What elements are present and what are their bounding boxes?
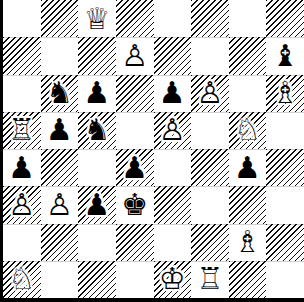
square-a7 xyxy=(3,37,41,74)
square-h7: ♝ xyxy=(266,37,304,74)
square-a5: ♖ xyxy=(3,112,41,149)
square-c3: ♟ xyxy=(78,186,116,223)
square-e6: ♟ xyxy=(154,75,192,112)
square-g8 xyxy=(229,0,267,37)
white-queen-c8: ♕ xyxy=(84,1,111,37)
white-bishop-g2: ♗ xyxy=(234,224,261,260)
black-knight-b6: ♞ xyxy=(46,75,73,111)
square-e7 xyxy=(154,37,192,74)
square-b1 xyxy=(41,261,79,298)
square-a6 xyxy=(3,75,41,112)
square-d7: ♙ xyxy=(116,37,154,74)
white-pawn-f6: ♙ xyxy=(196,75,223,111)
square-c2 xyxy=(78,224,116,261)
black-pawn-b5: ♟ xyxy=(46,112,73,148)
square-c5: ♞ xyxy=(78,112,116,149)
black-pawn-c3: ♟ xyxy=(84,187,111,223)
square-b7 xyxy=(41,37,79,74)
square-f3 xyxy=(191,186,229,223)
square-c4 xyxy=(78,149,116,186)
white-king-e1: ♔ xyxy=(159,261,186,297)
white-rook-a5: ♖ xyxy=(8,112,35,148)
square-d6 xyxy=(116,75,154,112)
square-g2: ♗ xyxy=(229,224,267,261)
white-bishop-h6: ♗ xyxy=(272,75,299,111)
black-pawn-e6: ♟ xyxy=(159,75,186,111)
square-f8 xyxy=(191,0,229,37)
square-h5 xyxy=(266,112,304,149)
square-h3 xyxy=(266,186,304,223)
square-g4: ♟ xyxy=(229,149,267,186)
square-b4 xyxy=(41,149,79,186)
square-d8 xyxy=(116,0,154,37)
white-knight-g5: ♘ xyxy=(234,112,261,148)
square-e1: ♔ xyxy=(154,261,192,298)
square-h8 xyxy=(266,0,304,37)
white-pawn-a3: ♙ xyxy=(8,187,35,223)
square-d5 xyxy=(116,112,154,149)
square-d2 xyxy=(116,224,154,261)
white-pawn-d7: ♙ xyxy=(121,38,148,74)
square-c6: ♟ xyxy=(78,75,116,112)
black-knight-c5: ♞ xyxy=(84,112,111,148)
square-g7 xyxy=(229,37,267,74)
square-f2 xyxy=(191,224,229,261)
chess-board: ♕♙♝♞♟♟♙♗♖♟♞♙♘♟♟♟♙♙♟♚♗♘♔♖ xyxy=(3,0,304,298)
square-e5: ♙ xyxy=(154,112,192,149)
black-pawn-g4: ♟ xyxy=(234,150,261,186)
square-c8: ♕ xyxy=(78,0,116,37)
square-c1 xyxy=(78,261,116,298)
square-g1 xyxy=(229,261,267,298)
square-e4 xyxy=(154,149,192,186)
square-g5: ♘ xyxy=(229,112,267,149)
square-h2 xyxy=(266,224,304,261)
black-king-d3: ♚ xyxy=(121,187,148,223)
black-pawn-a4: ♟ xyxy=(8,150,35,186)
square-f5 xyxy=(191,112,229,149)
square-e3 xyxy=(154,186,192,223)
square-f1: ♖ xyxy=(191,261,229,298)
white-rook-f1: ♖ xyxy=(196,261,223,297)
square-h1 xyxy=(266,261,304,298)
square-a4: ♟ xyxy=(3,149,41,186)
square-g3 xyxy=(229,186,267,223)
square-d3: ♚ xyxy=(116,186,154,223)
black-bishop-h7: ♝ xyxy=(272,38,299,74)
square-d1 xyxy=(116,261,154,298)
square-a2 xyxy=(3,224,41,261)
square-d4: ♟ xyxy=(116,149,154,186)
square-a3: ♙ xyxy=(3,186,41,223)
square-e8 xyxy=(154,0,192,37)
white-pawn-e5: ♙ xyxy=(159,112,186,148)
square-c7 xyxy=(78,37,116,74)
square-a8 xyxy=(3,0,41,37)
square-a1: ♘ xyxy=(3,261,41,298)
square-g6 xyxy=(229,75,267,112)
square-b2 xyxy=(41,224,79,261)
black-pawn-d4: ♟ xyxy=(121,150,148,186)
square-b5: ♟ xyxy=(41,112,79,149)
square-h6: ♗ xyxy=(266,75,304,112)
square-f6: ♙ xyxy=(191,75,229,112)
chess-diagram: ♕♙♝♞♟♟♙♗♖♟♞♙♘♟♟♟♙♙♟♚♗♘♔♖ xyxy=(0,0,304,302)
black-pawn-c6: ♟ xyxy=(84,75,111,111)
square-b6: ♞ xyxy=(41,75,79,112)
white-knight-a1: ♘ xyxy=(8,261,35,297)
square-f4 xyxy=(191,149,229,186)
white-pawn-b3: ♙ xyxy=(46,187,73,223)
square-e2 xyxy=(154,224,192,261)
square-b8 xyxy=(41,0,79,37)
square-h4 xyxy=(266,149,304,186)
square-b3: ♙ xyxy=(41,186,79,223)
square-f7 xyxy=(191,37,229,74)
